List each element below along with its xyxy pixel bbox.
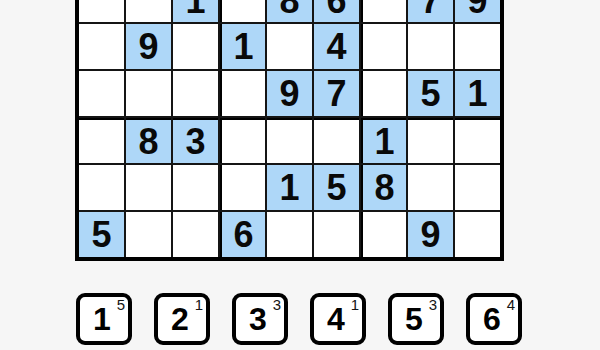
numpad-digit: 3	[249, 303, 267, 335]
cell-r4c2[interactable]	[126, 0, 171, 22]
cell-r7c7: 1	[361, 118, 406, 163]
cell-r5c2: 9	[126, 24, 171, 69]
cell-r8c7: 8	[361, 165, 406, 210]
numpad-count-badge: 1	[351, 297, 359, 314]
numpad: 152133415364	[76, 293, 522, 345]
cell-r6c2[interactable]	[126, 71, 171, 116]
cell-r8c4[interactable]	[220, 165, 265, 210]
numpad-count-badge: 3	[429, 297, 437, 314]
cell-r7c5[interactable]	[267, 118, 312, 163]
numpad-button-6[interactable]: 64	[466, 293, 522, 345]
cell-r9c9[interactable]	[455, 212, 500, 257]
cell-r8c9[interactable]	[455, 165, 500, 210]
cell-r5c3[interactable]	[173, 24, 218, 69]
cell-r9c2[interactable]	[126, 212, 171, 257]
cell-r6c7[interactable]	[361, 71, 406, 116]
cell-r4c4[interactable]	[220, 0, 265, 22]
cell-r4c3: 1	[173, 0, 218, 22]
cell-r6c5: 9	[267, 71, 312, 116]
cell-r5c5[interactable]	[267, 24, 312, 69]
cell-r6c9: 1	[455, 71, 500, 116]
cell-r5c7[interactable]	[361, 24, 406, 69]
cell-r4c7[interactable]	[361, 0, 406, 22]
cell-r7c9[interactable]	[455, 118, 500, 163]
cell-r5c9[interactable]	[455, 24, 500, 69]
cell-r4c9: 9	[455, 0, 500, 22]
sudoku-app: 186799149751831158569 152133415364	[0, 0, 600, 350]
numpad-button-5[interactable]: 53	[388, 293, 444, 345]
cell-r5c1[interactable]	[79, 24, 124, 69]
numpad-count-badge: 1	[195, 297, 203, 314]
cell-r7c1[interactable]	[79, 118, 124, 163]
cell-r6c3[interactable]	[173, 71, 218, 116]
cell-r5c4: 1	[220, 24, 265, 69]
cell-r8c5: 1	[267, 165, 312, 210]
cell-r6c8: 5	[408, 71, 453, 116]
cell-r5c6: 4	[314, 24, 359, 69]
cell-r5c8[interactable]	[408, 24, 453, 69]
cell-r8c6: 5	[314, 165, 359, 210]
sudoku-board: 186799149751831158569	[75, 0, 504, 261]
cell-r4c8: 7	[408, 0, 453, 22]
numpad-count-badge: 3	[273, 297, 281, 314]
cell-r7c8[interactable]	[408, 118, 453, 163]
cell-r8c8[interactable]	[408, 165, 453, 210]
cell-r9c3[interactable]	[173, 212, 218, 257]
numpad-digit: 5	[405, 303, 423, 335]
cell-r9c1: 5	[79, 212, 124, 257]
numpad-digit: 2	[171, 303, 189, 335]
cell-r7c4[interactable]	[220, 118, 265, 163]
cell-r8c2[interactable]	[126, 165, 171, 210]
numpad-count-badge: 4	[507, 297, 515, 314]
cell-r6c4[interactable]	[220, 71, 265, 116]
numpad-button-1[interactable]: 15	[76, 293, 132, 345]
cell-r7c6[interactable]	[314, 118, 359, 163]
cell-r9c6[interactable]	[314, 212, 359, 257]
numpad-button-2[interactable]: 21	[154, 293, 210, 345]
cell-r9c7[interactable]	[361, 212, 406, 257]
cell-r9c8: 9	[408, 212, 453, 257]
cell-r8c1[interactable]	[79, 165, 124, 210]
cell-r7c2: 8	[126, 118, 171, 163]
numpad-count-badge: 5	[117, 297, 125, 314]
cell-r9c5[interactable]	[267, 212, 312, 257]
numpad-digit: 1	[93, 303, 111, 335]
cell-r9c4: 6	[220, 212, 265, 257]
numpad-digit: 4	[327, 303, 345, 335]
cell-r4c1[interactable]	[79, 0, 124, 22]
numpad-button-3[interactable]: 33	[232, 293, 288, 345]
cell-r7c3: 3	[173, 118, 218, 163]
cell-r6c1[interactable]	[79, 71, 124, 116]
cell-r8c3[interactable]	[173, 165, 218, 210]
cell-r4c5: 8	[267, 0, 312, 22]
cell-r6c6: 7	[314, 71, 359, 116]
numpad-digit: 6	[483, 303, 501, 335]
cell-r4c6: 6	[314, 0, 359, 22]
numpad-button-4[interactable]: 41	[310, 293, 366, 345]
